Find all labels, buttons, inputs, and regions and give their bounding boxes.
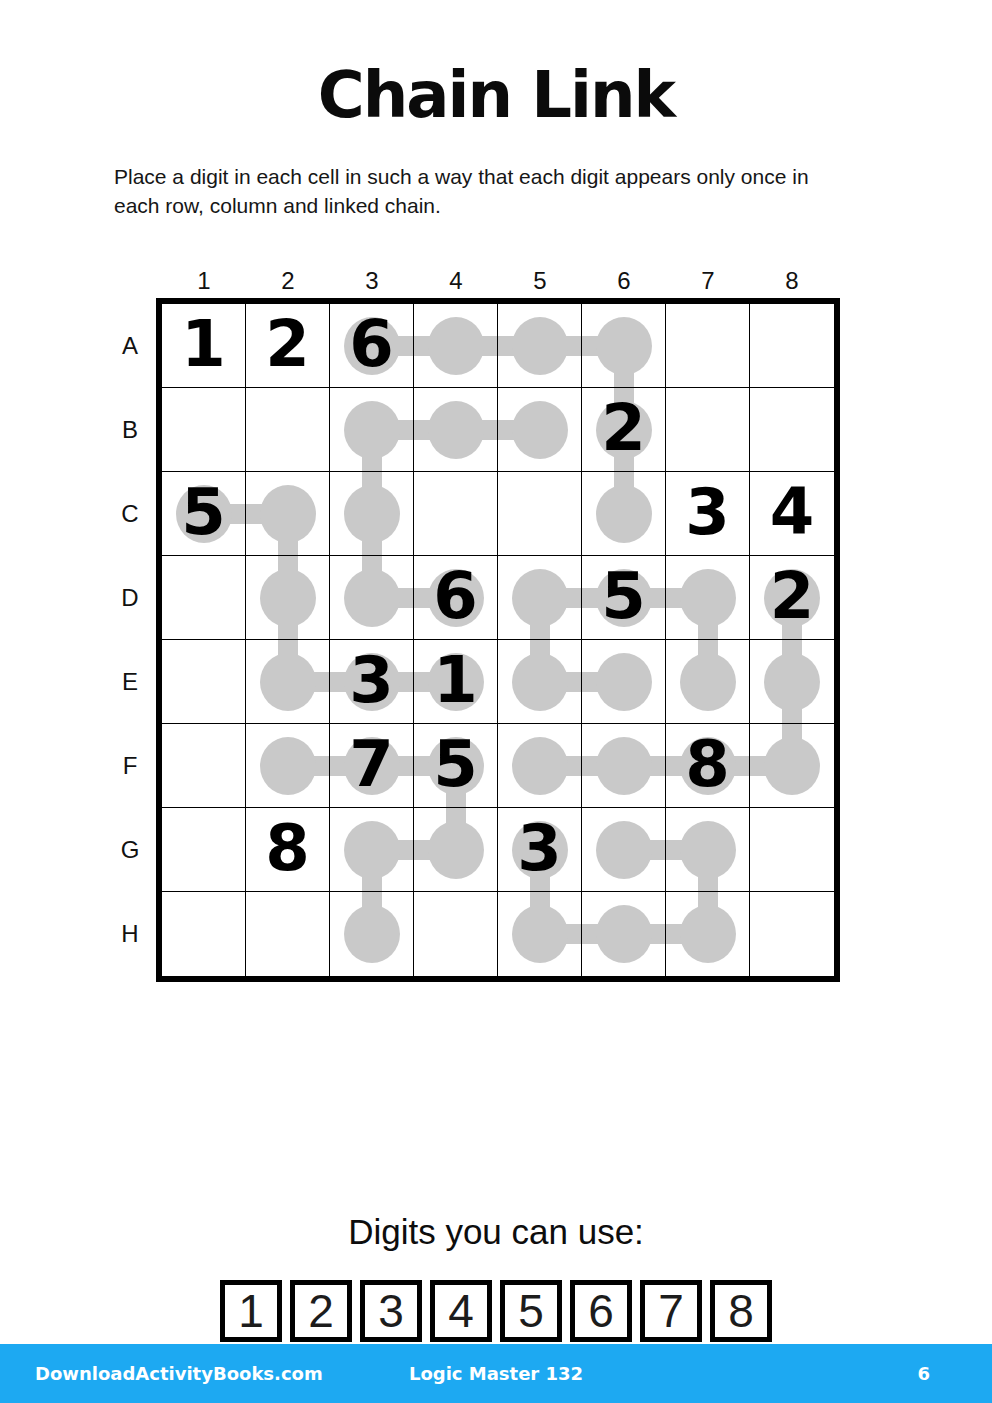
row-label-H: H <box>114 892 146 976</box>
col-label-4: 4 <box>414 266 498 296</box>
cell-H3 <box>330 892 414 976</box>
given-digit: 5 <box>601 564 646 632</box>
digit-box-1: 1 <box>220 1280 282 1342</box>
given-digit: 5 <box>433 732 478 800</box>
digit-box-4: 4 <box>430 1280 492 1342</box>
cell-E1 <box>162 640 246 724</box>
cell-G1 <box>162 808 246 892</box>
given-digit: 3 <box>349 648 394 716</box>
cell-C3 <box>330 472 414 556</box>
given-digit: 4 <box>770 480 815 548</box>
given-digit: 2 <box>601 396 646 464</box>
cell-B8 <box>750 388 834 472</box>
given-digit: 7 <box>349 732 394 800</box>
digit-bank: 12345678 <box>0 1280 992 1342</box>
cell-H6 <box>582 892 666 976</box>
cell-C4 <box>414 472 498 556</box>
cell-F8 <box>750 724 834 808</box>
cell-E3: 3 <box>330 640 414 724</box>
given-digit: 2 <box>770 564 815 632</box>
cell-A3: 6 <box>330 304 414 388</box>
cell-D5 <box>498 556 582 640</box>
digit-box-3: 3 <box>360 1280 422 1342</box>
cell-A5 <box>498 304 582 388</box>
cell-E5 <box>498 640 582 724</box>
puzzle-board: 12625346523175883 <box>156 298 840 982</box>
row-label-B: B <box>114 388 146 472</box>
row-label-D: D <box>114 556 146 640</box>
cell-F5 <box>498 724 582 808</box>
cell-F1 <box>162 724 246 808</box>
cell-G5: 3 <box>498 808 582 892</box>
cell-G8 <box>750 808 834 892</box>
cell-H7 <box>666 892 750 976</box>
cell-B5 <box>498 388 582 472</box>
cell-C2 <box>246 472 330 556</box>
cell-F6 <box>582 724 666 808</box>
cell-G6 <box>582 808 666 892</box>
cell-C1: 5 <box>162 472 246 556</box>
cell-D6: 5 <box>582 556 666 640</box>
board-cells: 12625346523175883 <box>162 304 834 976</box>
footer-book-title: Logic Master 132 <box>0 1363 992 1384</box>
column-labels: 12345678 <box>162 266 834 296</box>
cell-A4 <box>414 304 498 388</box>
cell-D1 <box>162 556 246 640</box>
footer-bar: DownloadActivityBooks.com Logic Master 1… <box>0 1344 992 1403</box>
row-labels: ABCDEFGH <box>114 304 146 976</box>
row-label-C: C <box>114 472 146 556</box>
digits-heading: Digits you can use: <box>0 1212 992 1252</box>
cell-E2 <box>246 640 330 724</box>
cell-G3 <box>330 808 414 892</box>
cell-C7: 3 <box>666 472 750 556</box>
cell-E6 <box>582 640 666 724</box>
cell-H1 <box>162 892 246 976</box>
digit-box-6: 6 <box>570 1280 632 1342</box>
cell-C6 <box>582 472 666 556</box>
row-label-A: A <box>114 304 146 388</box>
col-label-6: 6 <box>582 266 666 296</box>
cell-G7 <box>666 808 750 892</box>
cell-D4: 6 <box>414 556 498 640</box>
cell-F2 <box>246 724 330 808</box>
given-digit: 3 <box>685 480 730 548</box>
cell-H8 <box>750 892 834 976</box>
cell-E8 <box>750 640 834 724</box>
cell-B7 <box>666 388 750 472</box>
cell-D2 <box>246 556 330 640</box>
row-label-F: F <box>114 724 146 808</box>
col-label-7: 7 <box>666 266 750 296</box>
given-digit: 5 <box>181 480 226 548</box>
given-digit: 1 <box>181 312 226 380</box>
cell-D3 <box>330 556 414 640</box>
given-digit: 6 <box>349 312 394 380</box>
cell-H4 <box>414 892 498 976</box>
cell-E7 <box>666 640 750 724</box>
cell-D8: 2 <box>750 556 834 640</box>
cell-C5 <box>498 472 582 556</box>
cell-A2: 2 <box>246 304 330 388</box>
row-label-E: E <box>114 640 146 724</box>
col-label-2: 2 <box>246 266 330 296</box>
cell-C8: 4 <box>750 472 834 556</box>
cell-A7 <box>666 304 750 388</box>
col-label-8: 8 <box>750 266 834 296</box>
cell-B1 <box>162 388 246 472</box>
col-label-5: 5 <box>498 266 582 296</box>
given-digit: 8 <box>265 816 310 884</box>
cell-F7: 8 <box>666 724 750 808</box>
cell-G2: 8 <box>246 808 330 892</box>
cell-H2 <box>246 892 330 976</box>
given-digit: 6 <box>433 564 478 632</box>
cell-H5 <box>498 892 582 976</box>
given-digit: 3 <box>517 816 562 884</box>
digit-box-8: 8 <box>710 1280 772 1342</box>
given-digit: 8 <box>685 732 730 800</box>
cell-A1: 1 <box>162 304 246 388</box>
cell-A6 <box>582 304 666 388</box>
given-digit: 2 <box>265 312 310 380</box>
cell-F3: 7 <box>330 724 414 808</box>
cell-F4: 5 <box>414 724 498 808</box>
cell-B4 <box>414 388 498 472</box>
digit-box-2: 2 <box>290 1280 352 1342</box>
digit-box-7: 7 <box>640 1280 702 1342</box>
footer-page-number: 6 <box>917 1363 930 1384</box>
cell-B3 <box>330 388 414 472</box>
cell-D7 <box>666 556 750 640</box>
cell-B6: 2 <box>582 388 666 472</box>
col-label-3: 3 <box>330 266 414 296</box>
cell-G4 <box>414 808 498 892</box>
page-title: Chain Link <box>0 58 992 132</box>
row-label-G: G <box>114 808 146 892</box>
cell-E4: 1 <box>414 640 498 724</box>
col-label-1: 1 <box>162 266 246 296</box>
digit-box-5: 5 <box>500 1280 562 1342</box>
given-digit: 1 <box>433 648 478 716</box>
instructions-text: Place a digit in each cell in such a way… <box>114 163 934 221</box>
cell-B2 <box>246 388 330 472</box>
cell-A8 <box>750 304 834 388</box>
